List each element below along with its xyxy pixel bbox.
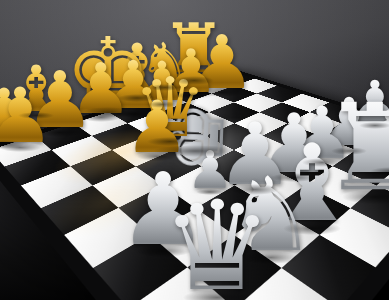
piece-shadow <box>118 94 155 102</box>
chess-scene: ♜♞♟♟♝♟♚♟♝♟♟♟♚♛♟♟♟♟♟♟♟♟♟♜♝♟♞♛ <box>0 0 389 300</box>
piece-shadow <box>331 147 367 155</box>
piece-shadow <box>202 88 243 97</box>
piece-shadow <box>0 143 41 152</box>
piece-shadow <box>147 101 177 107</box>
piece-shadow <box>283 222 341 235</box>
piece-shadow <box>115 110 151 118</box>
piece-shadow <box>174 76 215 85</box>
piece-shadow <box>183 290 251 300</box>
piece-shadow <box>302 158 342 167</box>
piece-shadow <box>231 184 278 194</box>
pieces-layer: ♜♞♟♟♝♟♚♟♝♟♟♟♚♛♟♟♟♟♟♟♟♟♟♜♝♟♞♛ <box>0 0 389 300</box>
piece-shadow <box>243 251 299 263</box>
piece-shadow <box>82 113 121 121</box>
piece-shadow <box>359 122 389 129</box>
piece-shadow <box>196 189 225 195</box>
silver-queen[interactable]: ♛ <box>155 184 279 300</box>
piece-shadow <box>137 152 177 161</box>
